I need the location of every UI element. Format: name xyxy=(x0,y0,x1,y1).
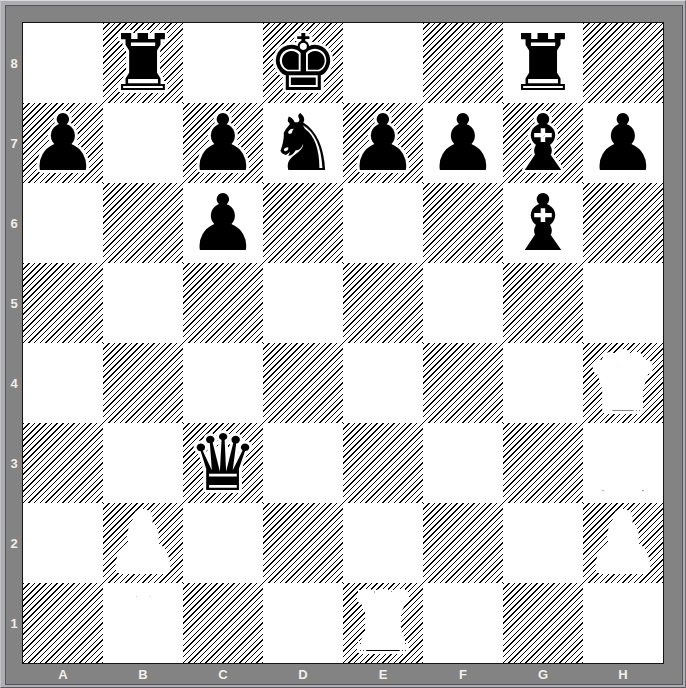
rank-label-4: 4 xyxy=(6,343,22,423)
square-h5[interactable] xyxy=(583,263,663,343)
square-g6[interactable]: ♝ xyxy=(503,183,583,263)
square-h2[interactable]: ♟ xyxy=(583,503,663,583)
rank-label-1: 1 xyxy=(6,583,22,663)
file-label-g: G xyxy=(503,664,583,684)
white-pawn[interactable]: ♟ xyxy=(588,503,658,583)
rank-label-2: 2 xyxy=(6,503,22,583)
file-labels: ABCDEFGH xyxy=(23,664,663,684)
white-pawn[interactable]: ♟ xyxy=(28,503,98,583)
white-pawn[interactable]: ♟ xyxy=(428,423,498,503)
black-pawn[interactable]: ♟ xyxy=(588,103,658,183)
square-d4[interactable] xyxy=(263,343,343,423)
file-label-f: F xyxy=(423,664,503,684)
file-label-e: E xyxy=(343,664,423,684)
rank-label-3: 3 xyxy=(6,423,22,503)
square-b7[interactable] xyxy=(103,103,183,183)
square-d3[interactable] xyxy=(263,423,343,503)
square-g8[interactable]: ♜ xyxy=(503,23,583,103)
file-label-a: A xyxy=(23,664,103,684)
file-label-d: D xyxy=(263,664,343,684)
white-queen[interactable]: ♛ xyxy=(588,343,658,423)
black-queen[interactable]: ♛ xyxy=(188,423,258,503)
square-e1[interactable]: ♜ xyxy=(343,583,423,663)
black-pawn[interactable]: ♟ xyxy=(348,103,418,183)
rank-label-6: 6 xyxy=(6,183,22,263)
square-c4[interactable] xyxy=(183,343,263,423)
black-pawn[interactable]: ♟ xyxy=(188,103,258,183)
rank-label-7: 7 xyxy=(6,103,22,183)
square-h4[interactable]: ♛ xyxy=(583,343,663,423)
square-b1[interactable]: ♚ xyxy=(103,583,183,663)
square-c8[interactable] xyxy=(183,23,263,103)
square-g7[interactable]: ♝ xyxy=(503,103,583,183)
square-c2[interactable]: ♟ xyxy=(183,503,263,583)
square-e4[interactable] xyxy=(343,343,423,423)
square-d2[interactable] xyxy=(263,503,343,583)
square-d8[interactable]: ♚ xyxy=(263,23,343,103)
square-g4[interactable] xyxy=(503,343,583,423)
square-d7[interactable]: ♞ xyxy=(263,103,343,183)
white-rook[interactable]: ♜ xyxy=(348,583,418,663)
square-h6[interactable] xyxy=(583,183,663,263)
square-a1[interactable] xyxy=(23,583,103,663)
square-c1[interactable] xyxy=(183,583,263,663)
black-rook[interactable]: ♜ xyxy=(508,23,578,103)
square-f8[interactable] xyxy=(423,23,503,103)
rank-labels: 87654321 xyxy=(6,23,22,663)
square-b4[interactable] xyxy=(103,343,183,423)
rank-label-5: 5 xyxy=(6,263,22,343)
square-e3[interactable] xyxy=(343,423,423,503)
square-e7[interactable]: ♟ xyxy=(343,103,423,183)
square-d1[interactable] xyxy=(263,583,343,663)
square-a8[interactable] xyxy=(23,23,103,103)
square-e2[interactable] xyxy=(343,503,423,583)
black-pawn[interactable]: ♟ xyxy=(428,103,498,183)
square-d6[interactable] xyxy=(263,183,343,263)
black-bishop[interactable]: ♝ xyxy=(508,103,578,183)
square-a2[interactable]: ♟ xyxy=(23,503,103,583)
square-a6[interactable] xyxy=(23,183,103,263)
square-d5[interactable] xyxy=(263,263,343,343)
square-f4[interactable] xyxy=(423,343,503,423)
square-f5[interactable] xyxy=(423,263,503,343)
square-f3[interactable]: ♟ xyxy=(423,423,503,503)
square-b8[interactable]: ♜ xyxy=(103,23,183,103)
square-h3[interactable]: ♝ xyxy=(583,423,663,503)
square-h7[interactable]: ♟ xyxy=(583,103,663,183)
black-pawn[interactable]: ♟ xyxy=(188,183,258,263)
square-c6[interactable]: ♟ xyxy=(183,183,263,263)
square-b2[interactable]: ♟ xyxy=(103,503,183,583)
square-a5[interactable] xyxy=(23,263,103,343)
white-pawn[interactable]: ♟ xyxy=(188,503,258,583)
rank-label-8: 8 xyxy=(6,23,22,103)
black-king[interactable]: ♚ xyxy=(268,23,338,103)
file-label-h: H xyxy=(583,664,663,684)
square-a4[interactable] xyxy=(23,343,103,423)
square-g1[interactable] xyxy=(503,583,583,663)
square-a3[interactable] xyxy=(23,423,103,503)
square-h1[interactable] xyxy=(583,583,663,663)
square-c3[interactable]: ♛ xyxy=(183,423,263,503)
square-a7[interactable]: ♟ xyxy=(23,103,103,183)
chess-board: ♜♚♜♟♟♞♟♟♝♟♟♝♛♛♟♝♟♟♟♟♚♜ xyxy=(22,22,664,664)
square-g2[interactable] xyxy=(503,503,583,583)
square-e8[interactable] xyxy=(343,23,423,103)
square-g3[interactable] xyxy=(503,423,583,503)
square-b5[interactable] xyxy=(103,263,183,343)
black-knight[interactable]: ♞ xyxy=(268,103,338,183)
board-frame: 87654321 ♜♚♜♟♟♞♟♟♝♟♟♝♛♛♟♝♟♟♟♟♚♜ ABCDEFGH xyxy=(5,5,683,685)
square-f7[interactable]: ♟ xyxy=(423,103,503,183)
square-f6[interactable] xyxy=(423,183,503,263)
square-f2[interactable] xyxy=(423,503,503,583)
black-pawn[interactable]: ♟ xyxy=(28,103,98,183)
square-c7[interactable]: ♟ xyxy=(183,103,263,183)
black-bishop[interactable]: ♝ xyxy=(508,183,578,263)
square-e6[interactable] xyxy=(343,183,423,263)
black-rook[interactable]: ♜ xyxy=(108,23,178,103)
square-h8[interactable] xyxy=(583,23,663,103)
file-label-c: C xyxy=(183,664,263,684)
square-e5[interactable] xyxy=(343,263,423,343)
square-g5[interactable] xyxy=(503,263,583,343)
square-c5[interactable] xyxy=(183,263,263,343)
square-f1[interactable] xyxy=(423,583,503,663)
square-b3[interactable] xyxy=(103,423,183,503)
square-b6[interactable] xyxy=(103,183,183,263)
white-bishop[interactable]: ♝ xyxy=(588,423,658,503)
white-pawn[interactable]: ♟ xyxy=(108,503,178,583)
white-king[interactable]: ♚ xyxy=(108,583,178,663)
chessboard-window: 87654321 ♜♚♜♟♟♞♟♟♝♟♟♝♛♛♟♝♟♟♟♟♚♜ ABCDEFGH xyxy=(0,0,686,688)
file-label-b: B xyxy=(103,664,183,684)
